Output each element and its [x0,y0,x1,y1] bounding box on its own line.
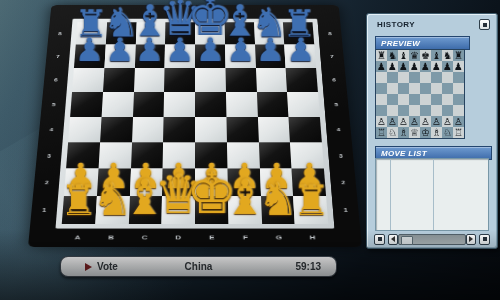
preview-square-g8: ♞ [442,50,453,61]
preview-square-a5 [376,83,387,94]
square-h2[interactable]: ♟ [292,169,326,196]
square-h7[interactable]: ♟ [284,45,316,68]
square-c4[interactable] [132,117,164,143]
preview-square-h1: ♖ [453,127,464,138]
rank-label: 3 [36,143,63,169]
square-e4[interactable] [195,117,227,143]
square-d7[interactable]: ♟ [165,45,195,68]
square-d4[interactable] [163,117,195,143]
preview-square-h4 [453,94,464,105]
preview-square-f8: ♝ [431,50,442,61]
preview-square-d8: ♛ [409,50,420,61]
square-h5[interactable] [287,92,320,117]
square-g4[interactable] [257,117,290,143]
preview-square-b6 [387,72,398,83]
preview-square-g1: ♘ [442,127,453,138]
square-g6[interactable] [256,68,288,92]
square-f6[interactable] [225,68,256,92]
square-c5[interactable] [133,92,165,117]
preview-square-g4 [442,94,453,105]
square-h4[interactable] [289,117,322,143]
square-g5[interactable] [256,92,288,117]
square-b1[interactable]: ♞ [95,196,129,224]
rank-label: 5 [41,92,67,117]
preview-square-a1: ♖ [376,127,387,138]
preview-board: ♜♞♝♛♚♝♞♜♟♟♟♟♟♟♟♟♙♙♙♙♙♙♙♙♖♘♗♕♔♗♘♖ [375,49,465,139]
preview-square-c4 [398,94,409,105]
square-f4[interactable] [226,117,258,143]
preview-square-f1: ♗ [431,127,442,138]
rank-label: 6 [43,68,69,92]
preview-square-b1: ♘ [387,127,398,138]
square-e1[interactable]: ♚ [195,196,228,224]
square-c2[interactable]: ♟ [129,169,162,196]
preview-square-a4 [376,94,387,105]
rank-label: 1 [332,196,360,224]
square-e2[interactable]: ♟ [195,169,228,196]
preview-square-f4 [431,94,442,105]
rank-label: 4 [38,117,65,143]
white-r-piece[interactable]: ♜ [60,180,97,221]
board-squares: ♜♞♝♛♚♝♞♜♟♟♟♟♟♟♟♟♟♟♟♟♟♟♟♟♜♞♝♛♚♝♞♜ [62,22,329,224]
square-d6[interactable] [164,68,195,92]
rank-label: 8 [318,22,343,45]
preview-square-h3 [453,105,464,116]
move-list[interactable] [375,158,489,231]
preview-square-c5 [398,83,409,94]
square-b4[interactable] [100,117,133,143]
square-c1[interactable]: ♝ [128,196,162,224]
preview-square-d2: ♙ [409,116,420,127]
move-list-title: MOVE LIST [381,149,427,158]
preview-square-c6 [398,72,409,83]
preview-square-f3 [431,105,442,116]
preview-square-h6 [453,72,464,83]
square-f3[interactable] [227,142,260,168]
rank-label: 4 [325,117,352,143]
square-a3[interactable] [66,142,100,168]
preview-square-d6 [409,72,420,83]
history-panel: HISTORY PREVIEW ♜♞♝♛♚♝♞♜♟♟♟♟♟♟♟♟♙♙♙♙♙♙♙♙… [366,13,498,249]
square-e5[interactable] [195,92,226,117]
preview-square-c1: ♗ [398,127,409,138]
preview-square-d1: ♕ [409,127,420,138]
preview-square-h7: ♟ [453,61,464,72]
square-c8[interactable]: ♝ [135,22,165,45]
preview-square-a7: ♟ [376,61,387,72]
square-e8[interactable]: ♚ [195,22,225,45]
preview-square-c8: ♝ [398,50,409,61]
square-a1[interactable]: ♜ [62,196,97,224]
collapse-button[interactable] [479,19,490,30]
preview-square-e8: ♚ [420,50,431,61]
black-n-piece[interactable]: ♞ [102,2,138,43]
square-a2[interactable]: ♟ [64,169,98,196]
square-c7[interactable]: ♟ [134,45,165,68]
preview-square-e3 [420,105,431,116]
black-b-piece[interactable]: ♝ [131,0,170,43]
square-e3[interactable] [195,142,227,168]
square-h8[interactable]: ♜ [283,22,314,45]
square-a4[interactable] [68,117,101,143]
preview-square-a2: ♙ [376,116,387,127]
preview-square-d5 [409,83,420,94]
square-g2[interactable]: ♟ [259,169,293,196]
square-e7[interactable]: ♟ [195,45,225,68]
preview-square-e6 [420,72,431,83]
square-b7[interactable]: ♟ [104,45,135,68]
move-list-divider [390,159,391,230]
preview-title: PREVIEW [381,39,420,48]
square-h1[interactable]: ♜ [293,196,328,224]
preview-square-b7: ♟ [387,61,398,72]
preview-square-c3 [398,105,409,116]
preview-square-f5 [431,83,442,94]
preview-square-d3 [409,105,420,116]
preview-square-h2: ♙ [453,116,464,127]
square-d8[interactable]: ♛ [165,22,195,45]
history-title: HISTORY [377,20,415,29]
preview-square-a6 [376,72,387,83]
square-d5[interactable] [164,92,195,117]
square-g3[interactable] [258,142,291,168]
square-f2[interactable]: ♟ [227,169,260,196]
square-d2[interactable]: ♟ [162,169,195,196]
square-a5[interactable] [70,92,103,117]
square-a8[interactable]: ♜ [76,22,107,45]
move-list-divider [433,159,434,230]
preview-square-e2: ♙ [420,116,431,127]
square-f5[interactable] [226,92,258,117]
preview-square-g5 [442,83,453,94]
black-r-piece[interactable]: ♜ [74,6,107,43]
preview-square-d7: ♟ [409,61,420,72]
preview-square-a8: ♜ [376,50,387,61]
white-r-piece[interactable]: ♜ [293,180,330,221]
rank-label: 7 [45,45,70,68]
square-g1[interactable]: ♞ [261,196,295,224]
preview-square-a3 [376,105,387,116]
preview-square-f6 [431,72,442,83]
square-f8[interactable]: ♝ [224,22,254,45]
square-a7[interactable]: ♟ [74,45,106,68]
preview-square-e5 [420,83,431,94]
square-b6[interactable] [103,68,135,92]
rank-label: 7 [320,45,345,68]
preview-square-g6 [442,72,453,83]
preview-square-f7: ♟ [431,61,442,72]
rank-label: 6 [321,68,347,92]
square-c6[interactable] [134,68,165,92]
preview-square-h5 [453,83,464,94]
preview-square-e4 [420,94,431,105]
preview-square-g3 [442,105,453,116]
preview-square-e1: ♔ [420,127,431,138]
square-g8[interactable]: ♞ [254,22,285,45]
preview-square-b2: ♙ [387,116,398,127]
rank-label: 3 [327,143,354,169]
rank-label: 8 [48,22,73,45]
preview-square-d4 [409,94,420,105]
app-window: ♜♞♝♛♚♝♞♜♟♟♟♟♟♟♟♟♟♟♟♟♟♟♟♟♜♞♝♛♚♝♞♜ ABCDEFG… [0,0,500,300]
square-b8[interactable]: ♞ [106,22,137,45]
square-h3[interactable] [290,142,324,168]
rank-label: 2 [33,169,60,196]
black-r-piece[interactable]: ♜ [283,6,316,43]
preview-square-g7: ♟ [442,61,453,72]
square-d1[interactable]: ♛ [162,196,195,224]
preview-square-f2: ♙ [431,116,442,127]
preview-square-c7: ♟ [398,61,409,72]
square-f7[interactable]: ♟ [225,45,256,68]
square-c3[interactable] [131,142,164,168]
square-e6[interactable] [195,68,226,92]
rank-label: 5 [323,92,349,117]
preview-square-b3 [387,105,398,116]
square-b2[interactable]: ♟ [97,169,131,196]
square-g7[interactable]: ♟ [255,45,286,68]
bottom-shade [0,230,500,300]
square-b5[interactable] [101,92,133,117]
square-b3[interactable] [98,142,131,168]
rank-label: 1 [30,196,58,224]
square-h6[interactable] [286,68,318,92]
preview-square-c2: ♙ [398,116,409,127]
square-d3[interactable] [163,142,195,168]
preview-header: PREVIEW [375,36,470,50]
preview-square-b5 [387,83,398,94]
preview-square-g2: ♙ [442,116,453,127]
chess-board-3d: ♜♞♝♛♚♝♞♜♟♟♟♟♟♟♟♟♟♟♟♟♟♟♟♟♜♞♝♛♚♝♞♜ ABCDEFG… [28,5,362,247]
preview-square-b8: ♞ [387,50,398,61]
square-a6[interactable] [72,68,104,92]
rank-label: 2 [330,169,357,196]
square-f1[interactable]: ♝ [228,196,262,224]
preview-square-e7: ♟ [420,61,431,72]
preview-square-h8: ♜ [453,50,464,61]
preview-square-b4 [387,94,398,105]
collapse-icon [483,23,487,27]
